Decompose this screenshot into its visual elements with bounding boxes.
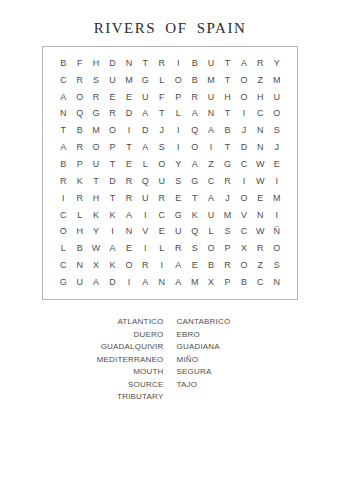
grid-cell[interactable]: N	[121, 55, 137, 72]
grid-cell[interactable]: O	[269, 106, 285, 123]
grid-cell[interactable]: Y	[269, 55, 285, 72]
grid-cell[interactable]: R	[55, 173, 71, 190]
grid-cell[interactable]: J	[269, 139, 285, 156]
grid-cell[interactable]: N	[252, 122, 268, 139]
grid-cell[interactable]: V	[236, 207, 252, 224]
grid-cell[interactable]: E	[121, 240, 137, 257]
grid-cell[interactable]: F	[154, 89, 170, 106]
grid-cell[interactable]: A	[186, 106, 202, 123]
grid-cell[interactable]: N	[252, 139, 268, 156]
grid-cell[interactable]: B	[55, 55, 71, 72]
grid-cell[interactable]: H	[88, 190, 104, 207]
grid-cell[interactable]: J	[219, 190, 235, 207]
grid-cell[interactable]: N	[269, 274, 285, 291]
grid-cell[interactable]: E	[252, 190, 268, 207]
grid-cell[interactable]: M	[203, 72, 219, 89]
grid-cell[interactable]: I	[170, 122, 186, 139]
grid-cell[interactable]: F	[71, 55, 87, 72]
word-list-item: SOURCE	[59, 379, 164, 392]
word-list-item: GUADALQUIVIR	[59, 341, 164, 354]
grid-cell[interactable]: U	[137, 190, 153, 207]
word-list-left-column: ATLANTICODUEROGUADALQUIVIRMEDITERRANEOMO…	[59, 316, 164, 404]
grid-cell[interactable]: G	[170, 207, 186, 224]
grid-cell[interactable]: U	[137, 89, 153, 106]
grid-cell[interactable]: Q	[137, 173, 153, 190]
grid-cell[interactable]: J	[236, 122, 252, 139]
grid-cell[interactable]: T	[88, 173, 104, 190]
grid-cell[interactable]: I	[269, 173, 285, 190]
grid-cell[interactable]: M	[121, 72, 137, 89]
grid-cell[interactable]: U	[104, 72, 120, 89]
grid-cell[interactable]: Z	[252, 72, 268, 89]
grid-cell[interactable]: L	[71, 207, 87, 224]
grid-cell[interactable]: T	[219, 72, 235, 89]
grid-cell[interactable]: I	[236, 173, 252, 190]
grid-cell[interactable]: H	[252, 89, 268, 106]
grid-cell[interactable]: K	[71, 173, 87, 190]
word-list-item: ATLANTICO	[59, 316, 164, 329]
grid-cell[interactable]: X	[236, 240, 252, 257]
grid-cell[interactable]: T	[121, 139, 137, 156]
grid-cell[interactable]: N	[121, 224, 137, 241]
grid-cell[interactable]: A	[203, 190, 219, 207]
grid-cell[interactable]: A	[137, 106, 153, 123]
word-search-grid: BFHDNTRIBUTARYCRSUMGLOBMTOZMAOREEUFPRUHO…	[42, 46, 298, 300]
grid-cell[interactable]: Y	[170, 156, 186, 173]
grid-cell[interactable]: N	[252, 207, 268, 224]
grid-cell[interactable]: C	[236, 156, 252, 173]
grid-cell[interactable]: A	[88, 274, 104, 291]
grid-cell[interactable]: R	[186, 89, 202, 106]
word-list-item: MOUTH	[59, 366, 164, 379]
grid-cell[interactable]: C	[236, 224, 252, 241]
grid-cell[interactable]: N	[71, 257, 87, 274]
grid-cell[interactable]: O	[71, 89, 87, 106]
grid-cell[interactable]: C	[55, 257, 71, 274]
grid-cell[interactable]: C	[154, 207, 170, 224]
grid-cell[interactable]: I	[121, 122, 137, 139]
grid-cell[interactable]: Ñ	[269, 224, 285, 241]
grid-cell[interactable]: E	[154, 224, 170, 241]
word-list: ATLANTICODUEROGUADALQUIVIRMEDITERRANEOMO…	[0, 316, 340, 404]
grid-cell[interactable]: M	[219, 207, 235, 224]
grid-cell[interactable]: Q	[186, 224, 202, 241]
grid-cell[interactable]: A	[170, 274, 186, 291]
grid-cell[interactable]: W	[252, 173, 268, 190]
grid-cell[interactable]: D	[137, 122, 153, 139]
grid-cell[interactable]: R	[71, 190, 87, 207]
grid-cell[interactable]: R	[154, 190, 170, 207]
grid-cell[interactable]: T	[104, 156, 120, 173]
grid-cell[interactable]: G	[219, 156, 235, 173]
grid-cell[interactable]: P	[104, 139, 120, 156]
grid-cell[interactable]: X	[88, 257, 104, 274]
grid-cell[interactable]: S	[269, 257, 285, 274]
grid-cell[interactable]: B	[71, 122, 87, 139]
grid-cell[interactable]: A	[203, 122, 219, 139]
grid-cell[interactable]: A	[55, 89, 71, 106]
grid-cell[interactable]: G	[137, 72, 153, 89]
word-list-item: MIÑO	[177, 354, 282, 367]
grid-cell[interactable]: B	[219, 122, 235, 139]
grid-cell[interactable]: W	[252, 156, 268, 173]
grid-cell[interactable]: Z	[203, 156, 219, 173]
word-list-item: EBRO	[177, 329, 282, 342]
grid-cell[interactable]: A	[55, 139, 71, 156]
grid-cell[interactable]: R	[219, 257, 235, 274]
grid-cell[interactable]: I	[137, 240, 153, 257]
grid-cell[interactable]: O	[55, 224, 71, 241]
grid-cell[interactable]: S	[186, 240, 202, 257]
grid-cell[interactable]: E	[170, 190, 186, 207]
grid-cell[interactable]: R	[252, 240, 268, 257]
word-list-item: TRIBUTARY	[59, 391, 164, 404]
grid-cell[interactable]: O	[88, 139, 104, 156]
grid-cell[interactable]: M	[186, 274, 202, 291]
grid-cell[interactable]: I	[104, 224, 120, 241]
grid-cell[interactable]: P	[170, 89, 186, 106]
grid-cell[interactable]: C	[252, 274, 268, 291]
grid-cell[interactable]: U	[170, 224, 186, 241]
grid-cell[interactable]: A	[236, 55, 252, 72]
grid-cell[interactable]: I	[236, 106, 252, 123]
grid-cell[interactable]: O	[154, 156, 170, 173]
grid-cell[interactable]: R	[252, 55, 268, 72]
grid-cell[interactable]: I	[154, 257, 170, 274]
grid-cell[interactable]: L	[55, 240, 71, 257]
word-search-page: RIVERS OF SPAIN BFHDNTRIBUTARYCRSUMGLOBM…	[0, 0, 340, 480]
word-list-item: SEGURA	[177, 366, 282, 379]
grid-cell[interactable]: C	[55, 72, 71, 89]
grid-cell[interactable]: H	[219, 89, 235, 106]
grid-cell[interactable]: M	[269, 190, 285, 207]
grid-cell[interactable]: R	[71, 72, 87, 89]
grid-cell[interactable]: C	[55, 207, 71, 224]
grid-cell[interactable]: S	[269, 122, 285, 139]
grid-cell[interactable]: H	[71, 224, 87, 241]
grid-cell[interactable]: O	[104, 122, 120, 139]
grid-cell[interactable]: W	[88, 240, 104, 257]
grid-cell[interactable]: R	[121, 173, 137, 190]
grid-cell[interactable]: L	[203, 224, 219, 241]
grid-cell[interactable]: U	[154, 173, 170, 190]
grid-cell[interactable]: J	[154, 122, 170, 139]
grid-cell[interactable]: E	[186, 257, 202, 274]
grid-cell[interactable]: I	[269, 207, 285, 224]
word-list-right-column: CANTABRICOEBROGUADIANAMIÑOSEGURATAJO	[177, 316, 282, 404]
grid-cell[interactable]: L	[154, 240, 170, 257]
grid-cell[interactable]: O	[186, 139, 202, 156]
grid-cell[interactable]: T	[154, 106, 170, 123]
grid-cell[interactable]: R	[104, 106, 120, 123]
grid-cell[interactable]: Y	[88, 224, 104, 241]
grid-cell[interactable]: O	[236, 257, 252, 274]
grid-cell[interactable]: B	[55, 156, 71, 173]
grid-cell[interactable]: N	[55, 106, 71, 123]
grid-cell[interactable]: R	[121, 190, 137, 207]
grid-cell[interactable]: S	[154, 139, 170, 156]
grid-cell[interactable]: S	[219, 224, 235, 241]
grid-cell[interactable]: E	[121, 156, 137, 173]
word-list-item: MEDITERRANEO	[59, 354, 164, 367]
grid-cell[interactable]: O	[236, 190, 252, 207]
grid-cell[interactable]: U	[88, 156, 104, 173]
grid-cell[interactable]: L	[137, 156, 153, 173]
grid-cell[interactable]: T	[219, 106, 235, 123]
grid-cell[interactable]: B	[186, 72, 202, 89]
grid-cell[interactable]: X	[203, 274, 219, 291]
grid-cell[interactable]: T	[104, 190, 120, 207]
grid-cell[interactable]: G	[186, 173, 202, 190]
grid-cell[interactable]: D	[104, 173, 120, 190]
grid-cell[interactable]: I	[170, 55, 186, 72]
grid-cell[interactable]: R	[71, 139, 87, 156]
grid-cell[interactable]: O	[203, 240, 219, 257]
grid-cell[interactable]: E	[121, 89, 137, 106]
grid-cell[interactable]: K	[104, 257, 120, 274]
grid-cell[interactable]: O	[269, 240, 285, 257]
grid-cell[interactable]: O	[236, 72, 252, 89]
grid-cell[interactable]: D	[236, 139, 252, 156]
grid-cell[interactable]: A	[186, 156, 202, 173]
grid-cell[interactable]: R	[137, 257, 153, 274]
grid-cell[interactable]: B	[203, 257, 219, 274]
grid-cell[interactable]: K	[186, 207, 202, 224]
grid-cell[interactable]: Q	[186, 122, 202, 139]
grid-cell[interactable]: A	[137, 139, 153, 156]
grid-cell[interactable]: L	[154, 72, 170, 89]
grid-cell[interactable]: D	[104, 55, 120, 72]
grid-cell[interactable]: O	[121, 257, 137, 274]
grid-cell[interactable]: O	[236, 89, 252, 106]
grid-cell[interactable]: E	[269, 156, 285, 173]
grid-cell[interactable]: B	[236, 274, 252, 291]
grid-cell[interactable]: Z	[252, 257, 268, 274]
grid-cell[interactable]: U	[71, 274, 87, 291]
grid-cell[interactable]: R	[154, 55, 170, 72]
grid-cell[interactable]: R	[170, 240, 186, 257]
grid-cell[interactable]: U	[203, 207, 219, 224]
grid-cell[interactable]: P	[219, 274, 235, 291]
grid-cell[interactable]: A	[137, 274, 153, 291]
grid-cell[interactable]: M	[269, 72, 285, 89]
grid-cell[interactable]: S	[170, 173, 186, 190]
grid-cell[interactable]: I	[137, 207, 153, 224]
grid-cell[interactable]: U	[269, 89, 285, 106]
grid-cell[interactable]: G	[55, 274, 71, 291]
grid-cell[interactable]: M	[88, 122, 104, 139]
grid-cell[interactable]: E	[104, 89, 120, 106]
grid-cell[interactable]: R	[219, 173, 235, 190]
grid-cell[interactable]: T	[55, 122, 71, 139]
grid-cell[interactable]: S	[88, 72, 104, 89]
grid-cell[interactable]: H	[88, 55, 104, 72]
grid-cell[interactable]: K	[104, 207, 120, 224]
grid-cell[interactable]: A	[121, 207, 137, 224]
grid-cell[interactable]: I	[121, 274, 137, 291]
grid-cell[interactable]: P	[71, 156, 87, 173]
grid-cell[interactable]: I	[170, 139, 186, 156]
grid-cell[interactable]: T	[186, 190, 202, 207]
word-list-item: CANTABRICO	[177, 316, 282, 329]
word-list-item: DUERO	[59, 329, 164, 342]
grid-cell[interactable]: G	[88, 106, 104, 123]
grid-cell[interactable]: C	[203, 173, 219, 190]
word-list-item: TAJO	[177, 379, 282, 392]
grid-cell[interactable]: T	[137, 55, 153, 72]
grid-cell[interactable]: W	[252, 224, 268, 241]
word-list-item: GUADIANA	[177, 341, 282, 354]
puzzle-title: RIVERS OF SPAIN	[0, 0, 340, 37]
grid-cell[interactable]: T	[219, 139, 235, 156]
grid-cell[interactable]: V	[137, 224, 153, 241]
grid-cell[interactable]: T	[219, 55, 235, 72]
grid-cell[interactable]: U	[203, 89, 219, 106]
grid-cell[interactable]: I	[55, 190, 71, 207]
grid-cell[interactable]: D	[121, 106, 137, 123]
grid-cell[interactable]: Q	[71, 106, 87, 123]
grid-cell[interactable]: A	[104, 240, 120, 257]
grid-cell[interactable]: U	[203, 55, 219, 72]
grid-cell[interactable]: K	[88, 207, 104, 224]
grid-cell[interactable]: D	[104, 274, 120, 291]
grid-cell[interactable]: N	[203, 106, 219, 123]
grid-cell[interactable]: R	[88, 89, 104, 106]
grid-cell[interactable]: N	[154, 274, 170, 291]
grid-cell[interactable]: B	[186, 55, 202, 72]
grid-cell[interactable]: P	[219, 240, 235, 257]
grid-cell[interactable]: B	[71, 240, 87, 257]
grid-cell[interactable]: L	[170, 106, 186, 123]
grid-cell[interactable]: O	[170, 72, 186, 89]
grid-cell[interactable]: C	[252, 106, 268, 123]
grid-cell[interactable]: I	[203, 139, 219, 156]
grid-cell[interactable]: A	[170, 257, 186, 274]
